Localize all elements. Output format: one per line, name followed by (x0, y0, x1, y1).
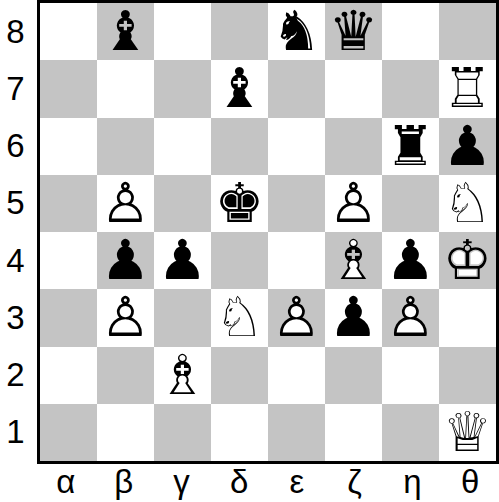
rank-labels: 87654321 (0, 0, 37, 464)
square-η1[interactable] (382, 404, 439, 461)
square-α3[interactable] (40, 289, 97, 346)
square-ζ2[interactable] (325, 347, 382, 404)
piece-black-bishop[interactable]: ♝ (97, 3, 154, 60)
rank-label-1: 1 (0, 404, 37, 461)
chess-diagram: 87654321 ♝♞♛♝♜♖♜♟♟♙♚♟♙♞♘♟♟♝♗♟♚♔♟♙♞♘♟♙♟♟♙… (0, 0, 499, 502)
piece-outline-layer: ♙ (97, 289, 154, 346)
square-γ1[interactable] (154, 404, 211, 461)
square-γ2[interactable]: ♝♗ (154, 347, 211, 404)
piece-black-pawn[interactable]: ♟ (154, 232, 211, 289)
square-β4[interactable]: ♟ (97, 232, 154, 289)
square-ε8[interactable]: ♞ (268, 3, 325, 60)
piece-outline-layer: ♙ (325, 175, 382, 232)
square-ε4[interactable] (268, 232, 325, 289)
piece-black-king[interactable]: ♚ (211, 175, 268, 232)
rank-label-8: 8 (0, 3, 37, 60)
square-α2[interactable] (40, 347, 97, 404)
square-ζ8[interactable]: ♛ (325, 3, 382, 60)
square-θ5[interactable]: ♞♘ (439, 175, 496, 232)
piece-outline-layer: ♙ (268, 289, 325, 346)
square-γ4[interactable]: ♟ (154, 232, 211, 289)
piece-white-knight[interactable]: ♞♘ (439, 175, 496, 232)
square-η8[interactable] (382, 3, 439, 60)
square-ε6[interactable] (268, 118, 325, 175)
square-ζ7[interactable] (325, 60, 382, 117)
rank-label-3: 3 (0, 289, 37, 346)
square-θ3[interactable] (439, 289, 496, 346)
square-α4[interactable] (40, 232, 97, 289)
square-β8[interactable]: ♝ (97, 3, 154, 60)
square-ε2[interactable] (268, 347, 325, 404)
square-δ6[interactable] (211, 118, 268, 175)
square-ζ3[interactable]: ♟ (325, 289, 382, 346)
rank-label-7: 7 (0, 60, 37, 117)
square-ζ4[interactable]: ♝♗ (325, 232, 382, 289)
file-label-β: β (95, 464, 153, 502)
square-η5[interactable] (382, 175, 439, 232)
piece-black-pawn[interactable]: ♟ (382, 232, 439, 289)
piece-white-queen[interactable]: ♛♕ (439, 404, 496, 461)
square-δ1[interactable] (211, 404, 268, 461)
piece-black-rook[interactable]: ♜ (382, 118, 439, 175)
square-β1[interactable] (97, 404, 154, 461)
file-label-η: η (384, 464, 442, 502)
square-β6[interactable] (97, 118, 154, 175)
piece-outline-layer: ♔ (439, 232, 496, 289)
piece-outline-layer: ♖ (439, 60, 496, 117)
square-α5[interactable] (40, 175, 97, 232)
rank-label-6: 6 (0, 118, 37, 175)
square-β7[interactable] (97, 60, 154, 117)
square-ζ5[interactable]: ♟♙ (325, 175, 382, 232)
piece-outline-layer: ♘ (211, 289, 268, 346)
file-label-θ: θ (441, 464, 499, 502)
square-η2[interactable] (382, 347, 439, 404)
square-δ4[interactable] (211, 232, 268, 289)
square-θ1[interactable]: ♛♕ (439, 404, 496, 461)
file-label-α: α (37, 464, 95, 502)
piece-outline-layer: ♗ (154, 347, 211, 404)
piece-white-pawn[interactable]: ♟♙ (97, 289, 154, 346)
square-δ3[interactable]: ♞♘ (211, 289, 268, 346)
file-label-γ: γ (153, 464, 211, 502)
rank-label-4: 4 (0, 232, 37, 289)
piece-white-pawn[interactable]: ♟♙ (268, 289, 325, 346)
piece-outline-layer: ♙ (97, 175, 154, 232)
square-β3[interactable]: ♟♙ (97, 289, 154, 346)
square-θ2[interactable] (439, 347, 496, 404)
square-η6[interactable]: ♜ (382, 118, 439, 175)
square-γ3[interactable] (154, 289, 211, 346)
chess-board: ♝♞♛♝♜♖♜♟♟♙♚♟♙♞♘♟♟♝♗♟♚♔♟♙♞♘♟♙♟♟♙♝♗♛♕ (37, 0, 499, 464)
square-α8[interactable] (40, 3, 97, 60)
square-α1[interactable] (40, 404, 97, 461)
piece-outline-layer: ♘ (439, 175, 496, 232)
piece-outline-layer: ♗ (325, 232, 382, 289)
piece-black-bishop[interactable]: ♝ (211, 60, 268, 117)
piece-black-pawn[interactable]: ♟ (439, 118, 496, 175)
piece-black-queen[interactable]: ♛ (325, 3, 382, 60)
square-ε5[interactable] (268, 175, 325, 232)
piece-white-pawn[interactable]: ♟♙ (97, 175, 154, 232)
piece-white-pawn[interactable]: ♟♙ (325, 175, 382, 232)
square-γ8[interactable] (154, 3, 211, 60)
corner-spacer (0, 464, 37, 502)
piece-black-knight[interactable]: ♞ (268, 3, 325, 60)
square-θ4[interactable]: ♚♔ (439, 232, 496, 289)
piece-outline-layer: ♕ (439, 404, 496, 461)
square-ζ1[interactable] (325, 404, 382, 461)
piece-black-pawn[interactable]: ♟ (325, 289, 382, 346)
square-η3[interactable]: ♟♙ (382, 289, 439, 346)
piece-white-king[interactable]: ♚♔ (439, 232, 496, 289)
piece-white-bishop[interactable]: ♝♗ (325, 232, 382, 289)
piece-outline-layer: ♙ (382, 289, 439, 346)
square-δ8[interactable] (211, 3, 268, 60)
square-η7[interactable] (382, 60, 439, 117)
file-label-ε: ε (268, 464, 326, 502)
square-β2[interactable] (97, 347, 154, 404)
square-β5[interactable]: ♟♙ (97, 175, 154, 232)
file-label-ζ: ζ (326, 464, 384, 502)
square-δ7[interactable]: ♝ (211, 60, 268, 117)
square-θ7[interactable]: ♜♖ (439, 60, 496, 117)
piece-white-bishop[interactable]: ♝♗ (154, 347, 211, 404)
square-ε3[interactable]: ♟♙ (268, 289, 325, 346)
square-η4[interactable]: ♟ (382, 232, 439, 289)
piece-black-pawn[interactable]: ♟ (97, 232, 154, 289)
piece-white-knight[interactable]: ♞♘ (211, 289, 268, 346)
file-labels: αβγδεζηθ (37, 464, 499, 502)
square-α6[interactable] (40, 118, 97, 175)
square-θ6[interactable]: ♟ (439, 118, 496, 175)
rank-label-2: 2 (0, 347, 37, 404)
square-δ5[interactable]: ♚ (211, 175, 268, 232)
square-γ5[interactable] (154, 175, 211, 232)
piece-white-rook[interactable]: ♜♖ (439, 60, 496, 117)
square-α7[interactable] (40, 60, 97, 117)
square-ε7[interactable] (268, 60, 325, 117)
square-θ8[interactable] (439, 3, 496, 60)
square-γ6[interactable] (154, 118, 211, 175)
square-γ7[interactable] (154, 60, 211, 117)
square-ε1[interactable] (268, 404, 325, 461)
rank-label-5: 5 (0, 175, 37, 232)
square-ζ6[interactable] (325, 118, 382, 175)
file-label-δ: δ (210, 464, 268, 502)
square-δ2[interactable] (211, 347, 268, 404)
piece-white-pawn[interactable]: ♟♙ (382, 289, 439, 346)
